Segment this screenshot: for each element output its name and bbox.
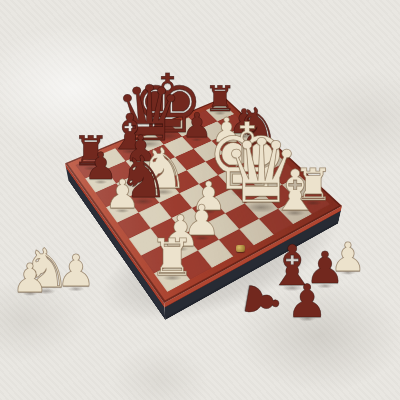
box-clasp-icon — [236, 245, 245, 252]
piece-white-pawn-a5[interactable]: ♟ — [104, 175, 140, 215]
chess-set-photo: ♜♝♛♚♜♟♟♟♟♟♟♞♞♞♟♚♟♟♛♜♝♜♞♟♟♝♟♟♟♟ — [0, 0, 400, 400]
piece-white-pawn-offboard[interactable]: ♟ — [12, 258, 48, 298]
piece-maroon-pawn-offboard[interactable]: ♟ — [286, 278, 327, 324]
piece-white-rook-a1[interactable]: ♜ — [149, 232, 195, 283]
piece-white-bishop-g1[interactable]: ♝ — [270, 162, 321, 219]
piece-maroon-pawn-offboard[interactable]: ♟ — [237, 278, 287, 324]
